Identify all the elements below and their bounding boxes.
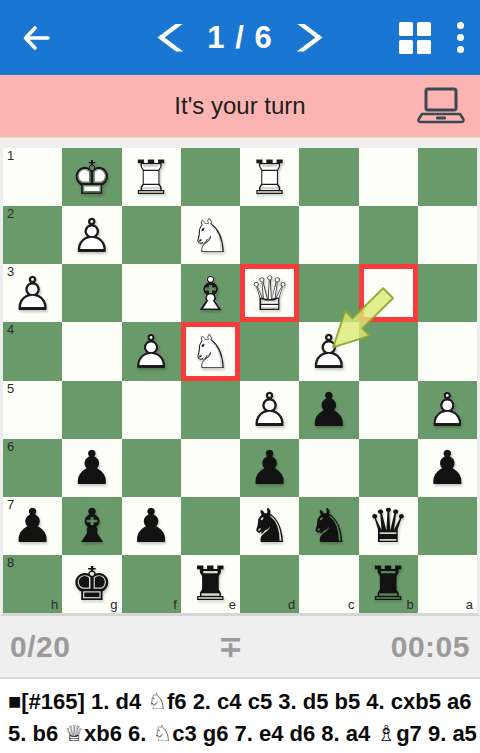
square-d7[interactable]: ♞: [240, 497, 299, 555]
square-f4[interactable]: ♟♙: [122, 322, 181, 380]
square-b4[interactable]: [359, 322, 418, 380]
square-d6[interactable]: ♟: [240, 439, 299, 497]
file-label: f: [173, 598, 177, 612]
rank-label: 6: [7, 440, 14, 454]
square-a1[interactable]: [418, 148, 477, 206]
piece-white-pawn[interactable]: ♟♙: [62, 206, 121, 264]
puzzle-grid-button[interactable]: [399, 22, 431, 54]
piece-white-king[interactable]: ♚♔: [62, 148, 121, 206]
piece-white-pawn[interactable]: ♟♙: [3, 264, 62, 322]
notation-panel[interactable]: ■[#165] 1. d4 ♘f6 2. c4 c5 3. d5 b5 4. c…: [0, 679, 480, 752]
square-a3[interactable]: [418, 264, 477, 322]
piece-black-pawn[interactable]: ♟: [240, 439, 299, 497]
square-g6[interactable]: ♟: [62, 439, 121, 497]
square-h3[interactable]: 3♟♙: [3, 264, 62, 322]
moves-line-2: 5. b6 ♕xb6 6. ♘c3 g6 7. e4 d6 8. a4 ♗g7 …: [8, 718, 472, 750]
square-f6[interactable]: [122, 439, 181, 497]
rank-label: 2: [7, 207, 14, 221]
prev-puzzle-button[interactable]: [157, 24, 183, 52]
square-d2[interactable]: [240, 206, 299, 264]
timer: 00:05: [391, 630, 470, 664]
square-d4[interactable]: [240, 322, 299, 380]
square-f5[interactable]: [122, 381, 181, 439]
square-g5[interactable]: [62, 381, 121, 439]
piece-black-knight[interactable]: ♞: [240, 497, 299, 555]
status-bar: 0/20 ∓ 00:05: [0, 616, 480, 679]
square-b8[interactable]: b♜: [359, 555, 418, 613]
square-c5[interactable]: ♟: [299, 381, 358, 439]
square-c4[interactable]: ♟♙: [299, 322, 358, 380]
square-g4[interactable]: [62, 322, 121, 380]
grid-icon: [399, 40, 413, 54]
file-label: a: [466, 598, 473, 612]
piece-white-bishop[interactable]: ♝♗: [181, 264, 240, 322]
square-a8[interactable]: a: [418, 555, 477, 613]
piece-white-pawn[interactable]: ♟♙: [122, 322, 181, 380]
overflow-menu-button[interactable]: [453, 18, 468, 57]
toolbar-actions: [399, 0, 468, 75]
file-label: d: [288, 598, 295, 612]
evaluation-symbol: ∓: [218, 629, 243, 664]
divider-strip: [0, 137, 480, 148]
piece-black-rook[interactable]: ♜: [181, 555, 240, 613]
square-a7[interactable]: [418, 497, 477, 555]
square-g2[interactable]: ♟♙: [62, 206, 121, 264]
grid-icon: [399, 22, 413, 36]
grid-icon: [417, 40, 431, 54]
square-f7[interactable]: ♟: [122, 497, 181, 555]
square-e2[interactable]: ♞♘: [181, 206, 240, 264]
square-e6[interactable]: [181, 439, 240, 497]
next-puzzle-button[interactable]: [297, 24, 323, 52]
square-b7[interactable]: ♛: [359, 497, 418, 555]
piece-white-pawn[interactable]: ♟♙: [240, 381, 299, 439]
square-e4[interactable]: ♞♘: [181, 322, 240, 380]
square-c2[interactable]: [299, 206, 358, 264]
more-vert-icon: [457, 34, 464, 41]
square-f8[interactable]: f: [122, 555, 181, 613]
piece-white-rook[interactable]: ♜♖: [122, 148, 181, 206]
piece-black-knight[interactable]: ♞: [299, 497, 358, 555]
square-d5[interactable]: ♟♙: [240, 381, 299, 439]
piece-black-rook[interactable]: ♜: [359, 555, 418, 613]
piece-white-knight[interactable]: ♞♘: [181, 322, 240, 380]
square-g8[interactable]: g♚: [62, 555, 121, 613]
square-a2[interactable]: [418, 206, 477, 264]
piece-black-bishop[interactable]: ♝: [62, 497, 121, 555]
square-a5[interactable]: ♟♙: [418, 381, 477, 439]
square-c7[interactable]: ♞: [299, 497, 358, 555]
square-h8[interactable]: 8h: [3, 555, 62, 613]
square-c8[interactable]: c: [299, 555, 358, 613]
square-e1[interactable]: [181, 148, 240, 206]
square-c6[interactable]: [299, 439, 358, 497]
puzzle-position-label: 1 / 6: [207, 20, 272, 56]
rank-label: 1: [7, 149, 14, 163]
square-e5[interactable]: [181, 381, 240, 439]
rank-label: 4: [7, 323, 14, 337]
file-label: c: [348, 598, 355, 612]
square-h1[interactable]: 1: [3, 148, 62, 206]
square-f3[interactable]: [122, 264, 181, 322]
square-d3[interactable]: ♛♕: [240, 264, 299, 322]
square-d8[interactable]: d: [240, 555, 299, 613]
square-c3[interactable]: [299, 264, 358, 322]
square-h2[interactable]: 2: [3, 206, 62, 264]
turn-banner: It's your turn: [0, 75, 480, 137]
square-c1[interactable]: [299, 148, 358, 206]
square-b6[interactable]: [359, 439, 418, 497]
top-toolbar: 1 / 6: [0, 0, 480, 75]
square-f1[interactable]: ♜♖: [122, 148, 181, 206]
square-b5[interactable]: [359, 381, 418, 439]
more-vert-icon: [457, 46, 464, 53]
turn-message: It's your turn: [174, 92, 305, 120]
square-e8[interactable]: e♜: [181, 555, 240, 613]
square-b3[interactable]: [359, 264, 418, 322]
grid-icon: [417, 22, 431, 36]
more-vert-icon: [457, 22, 464, 29]
piece-black-pawn[interactable]: ♟: [3, 497, 62, 555]
square-b1[interactable]: [359, 148, 418, 206]
board: 1♚♔♜♖♜♖2♟♙♞♘3♟♙♝♗♛♕4♟♙♞♘♟♙5♟♙♟♟♙6♟♟♟7♟♝♟…: [0, 148, 480, 616]
piece-white-pawn[interactable]: ♟♙: [418, 381, 477, 439]
piece-black-pawn[interactable]: ♟: [299, 381, 358, 439]
piece-black-pawn[interactable]: ♟: [122, 497, 181, 555]
piece-black-pawn[interactable]: ♟: [418, 439, 477, 497]
square-b2[interactable]: [359, 206, 418, 264]
piece-black-pawn[interactable]: ♟: [62, 439, 121, 497]
moves-line-1: ■[#165] 1. d4 ♘f6 2. c4 c5 3. d5 b5 4. c…: [8, 686, 472, 718]
square-a6[interactable]: ♟: [418, 439, 477, 497]
piece-black-queen[interactable]: ♛: [359, 497, 418, 555]
piece-white-knight[interactable]: ♞♘: [181, 206, 240, 264]
square-g7[interactable]: ♝: [62, 497, 121, 555]
piece-white-pawn[interactable]: ♟♙: [299, 322, 358, 380]
square-e7[interactable]: [181, 497, 240, 555]
rank-label: 5: [7, 382, 14, 396]
square-h6[interactable]: 6: [3, 439, 62, 497]
square-f2[interactable]: [122, 206, 181, 264]
computer-engine-icon: [415, 87, 467, 129]
file-label: h: [51, 598, 58, 612]
square-g1[interactable]: ♚♔: [62, 148, 121, 206]
piece-white-rook[interactable]: ♜♖: [240, 148, 299, 206]
square-a4[interactable]: [418, 322, 477, 380]
square-h5[interactable]: 5: [3, 381, 62, 439]
square-h7[interactable]: 7♟: [3, 497, 62, 555]
piece-white-queen[interactable]: ♛♕: [240, 264, 299, 322]
square-e3[interactable]: ♝♗: [181, 264, 240, 322]
rank-label: 8: [7, 556, 14, 570]
square-g3[interactable]: [62, 264, 121, 322]
piece-black-king[interactable]: ♚: [62, 555, 121, 613]
square-h4[interactable]: 4: [3, 322, 62, 380]
score-counter: 0/20: [10, 630, 70, 664]
square-d1[interactable]: ♜♖: [240, 148, 299, 206]
